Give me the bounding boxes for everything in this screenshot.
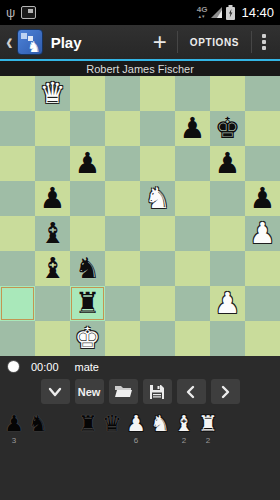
square-b1[interactable] [35,321,70,356]
white-knight-icon: ♞ [148,412,172,436]
square-g6[interactable]: ♟ [210,146,245,181]
square-e2[interactable] [140,286,175,321]
square-f5[interactable] [175,181,210,216]
knight-logo-icon: ♞ [27,38,40,55]
square-c3[interactable]: ♞ [70,251,105,286]
captured-count: 6 [124,436,148,445]
square-d6[interactable] [105,146,140,181]
square-h8[interactable] [245,76,280,111]
page-title: Play [51,34,82,51]
status-bar: ψ 4G ▴▾ 14:40 [0,0,280,25]
overflow-menu-icon[interactable] [252,34,274,50]
square-e4[interactable] [140,216,175,251]
player-name: Robert James Fischer [86,63,194,75]
clock-time: 14:40 [241,5,274,20]
square-b4[interactable]: ♝ [35,216,70,251]
square-d2[interactable] [105,286,140,321]
square-b3[interactable]: ♝ [35,251,70,286]
square-c5[interactable] [70,181,105,216]
black-king-piece: ♚ [215,114,241,143]
square-h6[interactable] [245,146,280,181]
square-b7[interactable] [35,111,70,146]
square-e1[interactable] [140,321,175,356]
captured-black-rook: ♜ [76,412,100,436]
square-f4[interactable] [175,216,210,251]
black-rook-piece: ♜ [75,289,101,318]
captured-white-knight: ♞ [148,412,172,436]
square-f7[interactable]: ♟ [175,111,210,146]
square-d4[interactable] [105,216,140,251]
square-d7[interactable] [105,111,140,146]
folder-icon [114,384,133,399]
screenshot-icon [21,6,36,19]
captured-white-pawn: ♟6 [124,412,148,445]
toolbar: New [0,379,280,406]
black-knight-icon: ♞ [26,412,50,436]
black-pawn-piece: ♟ [75,149,101,178]
network-type-label: 4G [197,6,208,13]
square-e5[interactable]: ♞ [140,181,175,216]
battery-charging-icon [226,5,235,20]
square-a1[interactable] [0,321,35,356]
black-pawn-piece: ♟ [180,114,206,143]
square-a2[interactable] [0,286,35,321]
square-c8[interactable] [70,76,105,111]
black-queen-icon: ♛ [100,412,124,436]
captured-white-rook: ♜2 [196,412,220,445]
square-h4[interactable]: ♟ [245,216,280,251]
square-a6[interactable] [0,146,35,181]
square-f6[interactable] [175,146,210,181]
white-rook-icon: ♜ [196,412,220,436]
square-e6[interactable] [140,146,175,181]
square-d3[interactable] [105,251,140,286]
options-button[interactable]: OPTIONS [178,37,251,48]
chess-board: ♛♟♚♟♟♟♞♟♝♟♝♞♜♟♚ [0,76,280,356]
chevron-left-icon [183,384,199,400]
square-c7[interactable] [70,111,105,146]
square-d8[interactable] [105,76,140,111]
signal-strength-icon [210,6,223,19]
black-bishop-piece: ♝ [40,219,66,248]
chevron-down-icon [46,384,64,400]
square-h2[interactable] [245,286,280,321]
captured-black-pawn: ♟3 [2,412,26,445]
square-c2[interactable]: ♜ [70,286,105,321]
black-pawn-piece: ♟ [215,149,241,178]
square-h5[interactable]: ♟ [245,181,280,216]
white-king-piece: ♚ [75,324,101,353]
white-pawn-piece: ♟ [250,219,276,248]
black-rook-icon: ♜ [76,412,100,436]
new-game-label: New [78,386,101,398]
network-indicator: 4G ▴▾ [197,6,208,20]
floppy-save-icon [149,384,165,400]
black-pawn-piece: ♟ [40,184,66,213]
square-h7[interactable] [245,111,280,146]
turn-indicator-radio[interactable] [8,361,19,372]
white-queen-piece: ♛ [40,79,66,108]
square-g2[interactable]: ♟ [210,286,245,321]
square-f1[interactable] [175,321,210,356]
white-pawn-piece: ♟ [215,289,241,318]
open-game-button[interactable] [109,379,138,404]
square-h3[interactable] [245,251,280,286]
new-game-button[interactable]: New [75,379,104,404]
player-name-bar: Robert James Fischer [0,61,280,76]
app-icon[interactable]: ♞ [17,29,43,55]
square-h1[interactable] [245,321,280,356]
captured-black-knight: ♞ [26,412,50,436]
captured-pieces-tray: ♟3♞♜♛♟6♞♝2♜2 [0,412,280,445]
square-g8[interactable] [210,76,245,111]
square-d1[interactable] [105,321,140,356]
usb-icon: ψ [6,6,15,19]
square-f8[interactable] [175,76,210,111]
square-g7[interactable]: ♚ [210,111,245,146]
square-a8[interactable] [0,76,35,111]
captured-count: 2 [196,436,220,445]
back-caret-icon[interactable]: ‹ [6,30,13,54]
black-bishop-piece: ♝ [40,254,66,283]
black-pawn-piece: ♟ [250,184,276,213]
captured-count: 2 [172,436,196,445]
add-button[interactable]: + [143,30,177,54]
previous-move-button[interactable] [177,379,206,404]
square-d5[interactable] [105,181,140,216]
square-c6[interactable]: ♟ [70,146,105,181]
square-a7[interactable] [0,111,35,146]
captured-black-queen: ♛ [100,412,124,436]
expand-button[interactable] [41,379,70,404]
next-move-button[interactable] [211,379,240,404]
square-g3[interactable] [210,251,245,286]
square-c4[interactable] [70,216,105,251]
square-c1[interactable]: ♚ [70,321,105,356]
game-status-row: 00:00 mate [0,356,280,375]
app-bar: ‹ ♞ Play + OPTIONS [0,25,280,59]
square-g1[interactable] [210,321,245,356]
save-game-button[interactable] [143,379,172,404]
square-b8[interactable]: ♛ [35,76,70,111]
square-b6[interactable] [35,146,70,181]
square-a4[interactable] [0,216,35,251]
square-g4[interactable] [210,216,245,251]
square-f2[interactable] [175,286,210,321]
chevron-right-icon [217,384,233,400]
square-g5[interactable] [210,181,245,216]
square-e8[interactable] [140,76,175,111]
network-activity-arrows: ▴▾ [199,13,206,20]
black-pawn-icon: ♟ [2,412,26,436]
game-state-label: mate [75,361,99,373]
captured-count: 3 [2,436,26,445]
square-a5[interactable] [0,181,35,216]
captured-white-bishop: ♝2 [172,412,196,445]
square-b2[interactable] [35,286,70,321]
game-clock: 00:00 [31,361,59,373]
white-bishop-icon: ♝ [172,412,196,436]
white-knight-piece: ♞ [145,184,171,213]
square-e3[interactable] [140,251,175,286]
square-e7[interactable] [140,111,175,146]
black-knight-piece: ♞ [75,254,101,283]
square-b5[interactable]: ♟ [35,181,70,216]
white-pawn-icon: ♟ [124,412,148,436]
square-f3[interactable] [175,251,210,286]
square-a3[interactable] [0,251,35,286]
